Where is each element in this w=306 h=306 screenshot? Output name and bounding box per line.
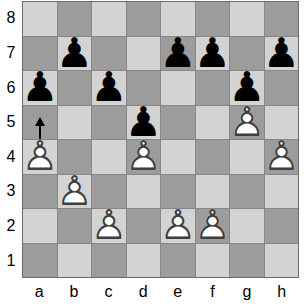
square-d7[interactable] [127, 37, 161, 71]
file-label-a: a [22, 278, 57, 305]
white-pawn: ♟♙ [127, 140, 161, 174]
square-c4[interactable] [92, 140, 126, 174]
square-c8[interactable] [92, 2, 126, 36]
square-e4[interactable] [161, 140, 195, 174]
black-pawn: ♟ [265, 37, 299, 71]
square-a3[interactable] [23, 175, 57, 209]
file-labels: abcdefgh [22, 278, 299, 305]
square-d4[interactable]: ♟♙ [127, 140, 161, 174]
white-pawn-icon: ♙ [161, 209, 195, 243]
square-a6[interactable]: ♟ [23, 71, 57, 105]
chess-diagram: 87654321 ♟♟♟♟♟♟♟♟♟♙♟♙♟♙♟♙♟♙♟♙♟♙♟♙ abcdef… [0, 0, 306, 306]
square-e1[interactable] [161, 244, 195, 278]
square-f2[interactable]: ♟♙ [196, 209, 230, 243]
square-b5[interactable] [58, 106, 92, 140]
square-b6[interactable] [58, 71, 92, 105]
file-label-d: d [126, 278, 161, 305]
square-b3[interactable]: ♟♙ [58, 175, 92, 209]
square-e2[interactable]: ♟♙ [161, 209, 195, 243]
square-a8[interactable] [23, 2, 57, 36]
rank-label-7: 7 [0, 36, 22, 71]
rank-label-2: 2 [0, 209, 22, 244]
white-pawn: ♟♙ [196, 209, 230, 243]
square-c5[interactable] [92, 106, 126, 140]
black-pawn: ♟ [92, 71, 126, 105]
square-h2[interactable] [265, 209, 299, 243]
square-f5[interactable] [196, 106, 230, 140]
arrow-head-icon [35, 117, 45, 126]
white-pawn-icon: ♙ [58, 175, 92, 209]
square-h7[interactable]: ♟ [265, 37, 299, 71]
file-label-h: h [264, 278, 299, 305]
square-g5[interactable]: ♟♙ [230, 106, 264, 140]
square-h1[interactable] [265, 244, 299, 278]
square-d8[interactable] [127, 2, 161, 36]
rank-label-1: 1 [0, 243, 22, 278]
square-a1[interactable] [23, 244, 57, 278]
square-c2[interactable]: ♟♙ [92, 209, 126, 243]
black-pawn: ♟ [196, 37, 230, 71]
square-g8[interactable] [230, 2, 264, 36]
square-f6[interactable] [196, 71, 230, 105]
white-pawn: ♟♙ [58, 175, 92, 209]
file-label-b: b [57, 278, 92, 305]
square-b1[interactable] [58, 244, 92, 278]
rank-labels: 87654321 [0, 1, 22, 278]
white-pawn: ♟♙ [161, 209, 195, 243]
black-pawn-icon: ♟ [196, 37, 230, 71]
square-f4[interactable] [196, 140, 230, 174]
rank-label-5: 5 [0, 105, 22, 140]
square-a2[interactable] [23, 209, 57, 243]
square-g2[interactable] [230, 209, 264, 243]
square-g4[interactable] [230, 140, 264, 174]
file-label-c: c [91, 278, 126, 305]
square-h6[interactable] [265, 71, 299, 105]
rank-label-3: 3 [0, 174, 22, 209]
white-pawn-icon: ♙ [265, 140, 299, 174]
rank-label-6: 6 [0, 70, 22, 105]
square-f7[interactable]: ♟ [196, 37, 230, 71]
white-pawn-icon: ♙ [92, 209, 126, 243]
square-a4[interactable]: ♟♙ [23, 140, 57, 174]
square-f1[interactable] [196, 244, 230, 278]
black-pawn-icon: ♟ [161, 37, 195, 71]
rank-label-4: 4 [0, 140, 22, 175]
white-pawn-icon: ♙ [196, 209, 230, 243]
white-pawn: ♟♙ [92, 209, 126, 243]
square-h3[interactable] [265, 175, 299, 209]
white-pawn-icon: ♙ [230, 106, 264, 140]
rank-label-8: 8 [0, 1, 22, 36]
black-pawn: ♟ [23, 71, 57, 105]
square-d2[interactable] [127, 209, 161, 243]
black-pawn-icon: ♟ [58, 37, 92, 71]
square-d1[interactable] [127, 244, 161, 278]
square-b7[interactable]: ♟ [58, 37, 92, 71]
square-h4[interactable]: ♟♙ [265, 140, 299, 174]
black-pawn-icon: ♟ [265, 37, 299, 71]
black-pawn: ♟ [58, 37, 92, 71]
square-e5[interactable] [161, 106, 195, 140]
file-label-e: e [161, 278, 196, 305]
file-label-f: f [195, 278, 230, 305]
black-pawn: ♟ [161, 37, 195, 71]
white-pawn-icon: ♙ [127, 140, 161, 174]
square-b2[interactable] [58, 209, 92, 243]
square-c6[interactable]: ♟ [92, 71, 126, 105]
file-label-g: g [230, 278, 265, 305]
square-c1[interactable] [92, 244, 126, 278]
white-pawn-icon: ♙ [23, 140, 57, 174]
square-e6[interactable] [161, 71, 195, 105]
white-pawn: ♟♙ [230, 106, 264, 140]
white-pawn: ♟♙ [265, 140, 299, 174]
black-pawn-icon: ♟ [92, 71, 126, 105]
square-g1[interactable] [230, 244, 264, 278]
square-e7[interactable]: ♟ [161, 37, 195, 71]
black-pawn-icon: ♟ [23, 71, 57, 105]
board: ♟♟♟♟♟♟♟♟♟♙♟♙♟♙♟♙♟♙♟♙♟♙♟♙ [22, 1, 299, 278]
square-g3[interactable] [230, 175, 264, 209]
square-d3[interactable] [127, 175, 161, 209]
white-pawn: ♟♙ [23, 140, 57, 174]
